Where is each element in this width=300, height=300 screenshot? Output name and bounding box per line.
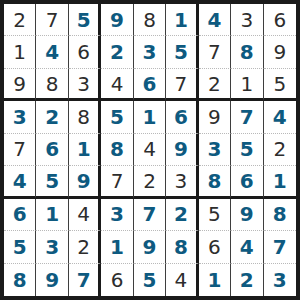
cell-r2c5[interactable]: 3 xyxy=(134,36,166,68)
cell-r4c2[interactable]: 2 xyxy=(36,101,68,133)
cell-r5c7[interactable]: 3 xyxy=(199,134,231,166)
cell-r2c3[interactable]: 6 xyxy=(69,36,101,68)
cell-r2c2[interactable]: 4 xyxy=(36,36,68,68)
cell-r8c7[interactable]: 6 xyxy=(199,231,231,263)
cell-r7c6[interactable]: 2 xyxy=(166,199,198,231)
cell-r4c8[interactable]: 7 xyxy=(231,101,263,133)
cell-r2c4[interactable]: 2 xyxy=(101,36,133,68)
cell-r6c6[interactable]: 3 xyxy=(166,166,198,198)
cell-r8c6[interactable]: 8 xyxy=(166,231,198,263)
cell-r9c3[interactable]: 7 xyxy=(69,264,101,296)
cell-r7c9[interactable]: 8 xyxy=(264,199,296,231)
cell-r8c8[interactable]: 4 xyxy=(231,231,263,263)
cell-r6c7[interactable]: 8 xyxy=(199,166,231,198)
cell-r4c9[interactable]: 4 xyxy=(264,101,296,133)
cell-r1c1[interactable]: 2 xyxy=(4,4,36,36)
cell-r9c4[interactable]: 6 xyxy=(101,264,133,296)
cell-r8c4[interactable]: 1 xyxy=(101,231,133,263)
cell-r6c9[interactable]: 1 xyxy=(264,166,296,198)
sudoku-board: 2759814361462357899834672153285169747618… xyxy=(0,0,300,300)
cell-r1c7[interactable]: 4 xyxy=(199,4,231,36)
cell-r7c8[interactable]: 9 xyxy=(231,199,263,231)
cell-r5c8[interactable]: 5 xyxy=(231,134,263,166)
cell-r6c5[interactable]: 2 xyxy=(134,166,166,198)
cell-r3c2[interactable]: 8 xyxy=(36,69,68,101)
cell-r5c1[interactable]: 7 xyxy=(4,134,36,166)
cell-r1c6[interactable]: 1 xyxy=(166,4,198,36)
cell-r4c1[interactable]: 3 xyxy=(4,101,36,133)
cell-r8c5[interactable]: 9 xyxy=(134,231,166,263)
cell-r1c8[interactable]: 3 xyxy=(231,4,263,36)
cell-r6c3[interactable]: 9 xyxy=(69,166,101,198)
cell-r9c8[interactable]: 2 xyxy=(231,264,263,296)
cell-r4c5[interactable]: 1 xyxy=(134,101,166,133)
cell-r9c5[interactable]: 5 xyxy=(134,264,166,296)
cell-r7c1[interactable]: 6 xyxy=(4,199,36,231)
cell-r3c6[interactable]: 7 xyxy=(166,69,198,101)
cell-r3c4[interactable]: 4 xyxy=(101,69,133,101)
cell-r9c6[interactable]: 4 xyxy=(166,264,198,296)
cell-r3c9[interactable]: 5 xyxy=(264,69,296,101)
cell-r5c2[interactable]: 6 xyxy=(36,134,68,166)
cell-r3c7[interactable]: 2 xyxy=(199,69,231,101)
cell-r4c3[interactable]: 8 xyxy=(69,101,101,133)
cell-r3c3[interactable]: 3 xyxy=(69,69,101,101)
cell-r7c3[interactable]: 4 xyxy=(69,199,101,231)
cell-r6c1[interactable]: 4 xyxy=(4,166,36,198)
cell-r9c1[interactable]: 8 xyxy=(4,264,36,296)
cell-r4c6[interactable]: 6 xyxy=(166,101,198,133)
cell-r3c8[interactable]: 1 xyxy=(231,69,263,101)
cell-r4c4[interactable]: 5 xyxy=(101,101,133,133)
cell-r2c9[interactable]: 9 xyxy=(264,36,296,68)
cell-r7c2[interactable]: 1 xyxy=(36,199,68,231)
cell-r1c2[interactable]: 7 xyxy=(36,4,68,36)
cell-r8c2[interactable]: 3 xyxy=(36,231,68,263)
cell-r3c5[interactable]: 6 xyxy=(134,69,166,101)
cell-r5c5[interactable]: 4 xyxy=(134,134,166,166)
cell-r8c9[interactable]: 7 xyxy=(264,231,296,263)
cell-r5c9[interactable]: 2 xyxy=(264,134,296,166)
cell-r5c6[interactable]: 9 xyxy=(166,134,198,166)
cell-r6c8[interactable]: 6 xyxy=(231,166,263,198)
cell-r6c2[interactable]: 5 xyxy=(36,166,68,198)
cell-r5c3[interactable]: 1 xyxy=(69,134,101,166)
cell-r6c4[interactable]: 7 xyxy=(101,166,133,198)
cell-r8c3[interactable]: 2 xyxy=(69,231,101,263)
cell-r2c1[interactable]: 1 xyxy=(4,36,36,68)
cell-r7c4[interactable]: 3 xyxy=(101,199,133,231)
cell-r1c5[interactable]: 8 xyxy=(134,4,166,36)
cell-r9c2[interactable]: 9 xyxy=(36,264,68,296)
cell-r1c4[interactable]: 9 xyxy=(101,4,133,36)
cell-r1c3[interactable]: 5 xyxy=(69,4,101,36)
cell-r5c4[interactable]: 8 xyxy=(101,134,133,166)
cell-r1c9[interactable]: 6 xyxy=(264,4,296,36)
cell-r7c7[interactable]: 5 xyxy=(199,199,231,231)
cell-r7c5[interactable]: 7 xyxy=(134,199,166,231)
cell-r2c8[interactable]: 8 xyxy=(231,36,263,68)
cell-r8c1[interactable]: 5 xyxy=(4,231,36,263)
cell-r3c1[interactable]: 9 xyxy=(4,69,36,101)
cell-r2c7[interactable]: 7 xyxy=(199,36,231,68)
cell-r9c9[interactable]: 3 xyxy=(264,264,296,296)
cell-r9c7[interactable]: 1 xyxy=(199,264,231,296)
cell-r2c6[interactable]: 5 xyxy=(166,36,198,68)
cell-r4c7[interactable]: 9 xyxy=(199,101,231,133)
